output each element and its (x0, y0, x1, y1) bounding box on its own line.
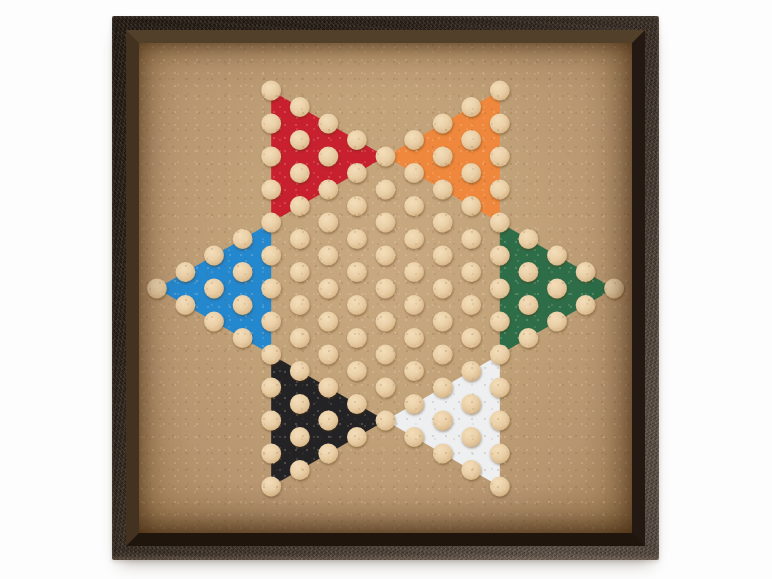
board-holes (147, 81, 624, 497)
board-hole[interactable] (261, 213, 281, 233)
board-hole[interactable] (519, 295, 539, 315)
board-hole[interactable] (461, 295, 481, 315)
board-hole[interactable] (404, 394, 424, 414)
board-hole[interactable] (290, 295, 310, 315)
board-hole[interactable] (318, 147, 338, 167)
board-hole[interactable] (376, 345, 396, 365)
board-hole[interactable] (433, 411, 453, 431)
board-hole[interactable] (290, 394, 310, 414)
board-hole[interactable] (347, 328, 367, 348)
board-hole[interactable] (490, 345, 510, 365)
board-hole[interactable] (290, 130, 310, 150)
board-hole[interactable] (261, 444, 281, 464)
board-hole[interactable] (404, 130, 424, 150)
board-hole[interactable] (547, 246, 567, 266)
board-hole[interactable] (376, 147, 396, 167)
board-hole[interactable] (147, 279, 167, 299)
board-hole[interactable] (461, 97, 481, 117)
board-hole[interactable] (404, 262, 424, 282)
board-hole[interactable] (461, 196, 481, 216)
board-hole[interactable] (318, 444, 338, 464)
board-hole[interactable] (490, 312, 510, 332)
picture-frame (112, 16, 659, 560)
chinese-checkers-star-board (139, 43, 632, 533)
board-hole[interactable] (261, 411, 281, 431)
board-hole[interactable] (261, 378, 281, 398)
board-hole[interactable] (547, 279, 567, 299)
board-hole[interactable] (519, 229, 539, 249)
board-hole[interactable] (318, 180, 338, 200)
board-hole[interactable] (404, 295, 424, 315)
board-hole[interactable] (433, 444, 453, 464)
board-hole[interactable] (461, 262, 481, 282)
board-hole[interactable] (204, 312, 224, 332)
board-hole[interactable] (376, 411, 396, 431)
board-hole[interactable] (404, 163, 424, 183)
board-hole[interactable] (318, 279, 338, 299)
board-hole[interactable] (204, 246, 224, 266)
board-hole[interactable] (290, 229, 310, 249)
photo-background (0, 0, 772, 579)
board-hole[interactable] (490, 444, 510, 464)
board-hole[interactable] (461, 328, 481, 348)
board-hole[interactable] (347, 196, 367, 216)
board-hole[interactable] (290, 328, 310, 348)
frame-bevel (126, 30, 645, 546)
board-hole[interactable] (290, 196, 310, 216)
board-hole[interactable] (176, 295, 196, 315)
board-hole[interactable] (261, 312, 281, 332)
board-hole[interactable] (347, 130, 367, 150)
board-hole[interactable] (461, 229, 481, 249)
board-hole[interactable] (318, 213, 338, 233)
board-hole[interactable] (176, 262, 196, 282)
board-hole[interactable] (290, 361, 310, 381)
board-hole[interactable] (318, 378, 338, 398)
board-hole[interactable] (347, 361, 367, 381)
board-hole[interactable] (604, 279, 624, 299)
board-hole[interactable] (404, 196, 424, 216)
board-hole[interactable] (404, 361, 424, 381)
board-hole[interactable] (404, 328, 424, 348)
board-surface (139, 43, 632, 533)
board-hole[interactable] (376, 246, 396, 266)
board-hole[interactable] (404, 427, 424, 447)
board-hole[interactable] (519, 328, 539, 348)
board-hole[interactable] (576, 295, 596, 315)
board-hole[interactable] (433, 147, 453, 167)
board-hole[interactable] (318, 345, 338, 365)
board-hole[interactable] (261, 180, 281, 200)
board-hole[interactable] (318, 114, 338, 134)
board-hole[interactable] (347, 427, 367, 447)
board-hole[interactable] (461, 163, 481, 183)
board-hole[interactable] (261, 81, 281, 101)
board-hole[interactable] (490, 114, 510, 134)
board-hole[interactable] (404, 229, 424, 249)
board-hole[interactable] (519, 262, 539, 282)
board-hole[interactable] (376, 312, 396, 332)
board-hole[interactable] (290, 427, 310, 447)
board-hole[interactable] (261, 345, 281, 365)
board-hole[interactable] (461, 460, 481, 480)
board-hole[interactable] (461, 394, 481, 414)
board-hole[interactable] (490, 477, 510, 497)
board-hole[interactable] (347, 262, 367, 282)
board-hole[interactable] (347, 394, 367, 414)
board-hole[interactable] (233, 229, 253, 249)
board-hole[interactable] (290, 97, 310, 117)
board-hole[interactable] (490, 180, 510, 200)
board-hole[interactable] (233, 328, 253, 348)
board-hole[interactable] (347, 295, 367, 315)
board-hole[interactable] (261, 246, 281, 266)
board-hole[interactable] (433, 312, 453, 332)
board-hole[interactable] (490, 411, 510, 431)
board-hole[interactable] (376, 378, 396, 398)
board-hole[interactable] (318, 411, 338, 431)
board-hole[interactable] (290, 460, 310, 480)
board-hole[interactable] (376, 279, 396, 299)
board-hole[interactable] (233, 262, 253, 282)
board-hole[interactable] (433, 279, 453, 299)
board-hole[interactable] (261, 477, 281, 497)
board-hole[interactable] (461, 130, 481, 150)
board-hole[interactable] (290, 262, 310, 282)
board-hole[interactable] (433, 213, 453, 233)
board-hole[interactable] (433, 114, 453, 134)
board-hole[interactable] (290, 163, 310, 183)
board-hole[interactable] (318, 246, 338, 266)
board-hole[interactable] (576, 262, 596, 282)
board-hole[interactable] (490, 279, 510, 299)
board-hole[interactable] (376, 213, 396, 233)
board-hole[interactable] (318, 312, 338, 332)
board-hole[interactable] (547, 312, 567, 332)
board-hole[interactable] (490, 246, 510, 266)
board-hole[interactable] (347, 163, 367, 183)
board-hole[interactable] (433, 246, 453, 266)
board-hole[interactable] (204, 279, 224, 299)
board-hole[interactable] (433, 345, 453, 365)
board-hole[interactable] (347, 229, 367, 249)
board-hole[interactable] (461, 361, 481, 381)
board-hole[interactable] (261, 279, 281, 299)
board-hole[interactable] (490, 147, 510, 167)
board-hole[interactable] (490, 81, 510, 101)
board-hole[interactable] (376, 180, 396, 200)
board-hole[interactable] (433, 180, 453, 200)
board-hole[interactable] (261, 147, 281, 167)
board-hole[interactable] (433, 378, 453, 398)
board-hole[interactable] (490, 378, 510, 398)
board-hole[interactable] (261, 114, 281, 134)
board-hole[interactable] (461, 427, 481, 447)
board-hole[interactable] (490, 213, 510, 233)
board-hole[interactable] (233, 295, 253, 315)
